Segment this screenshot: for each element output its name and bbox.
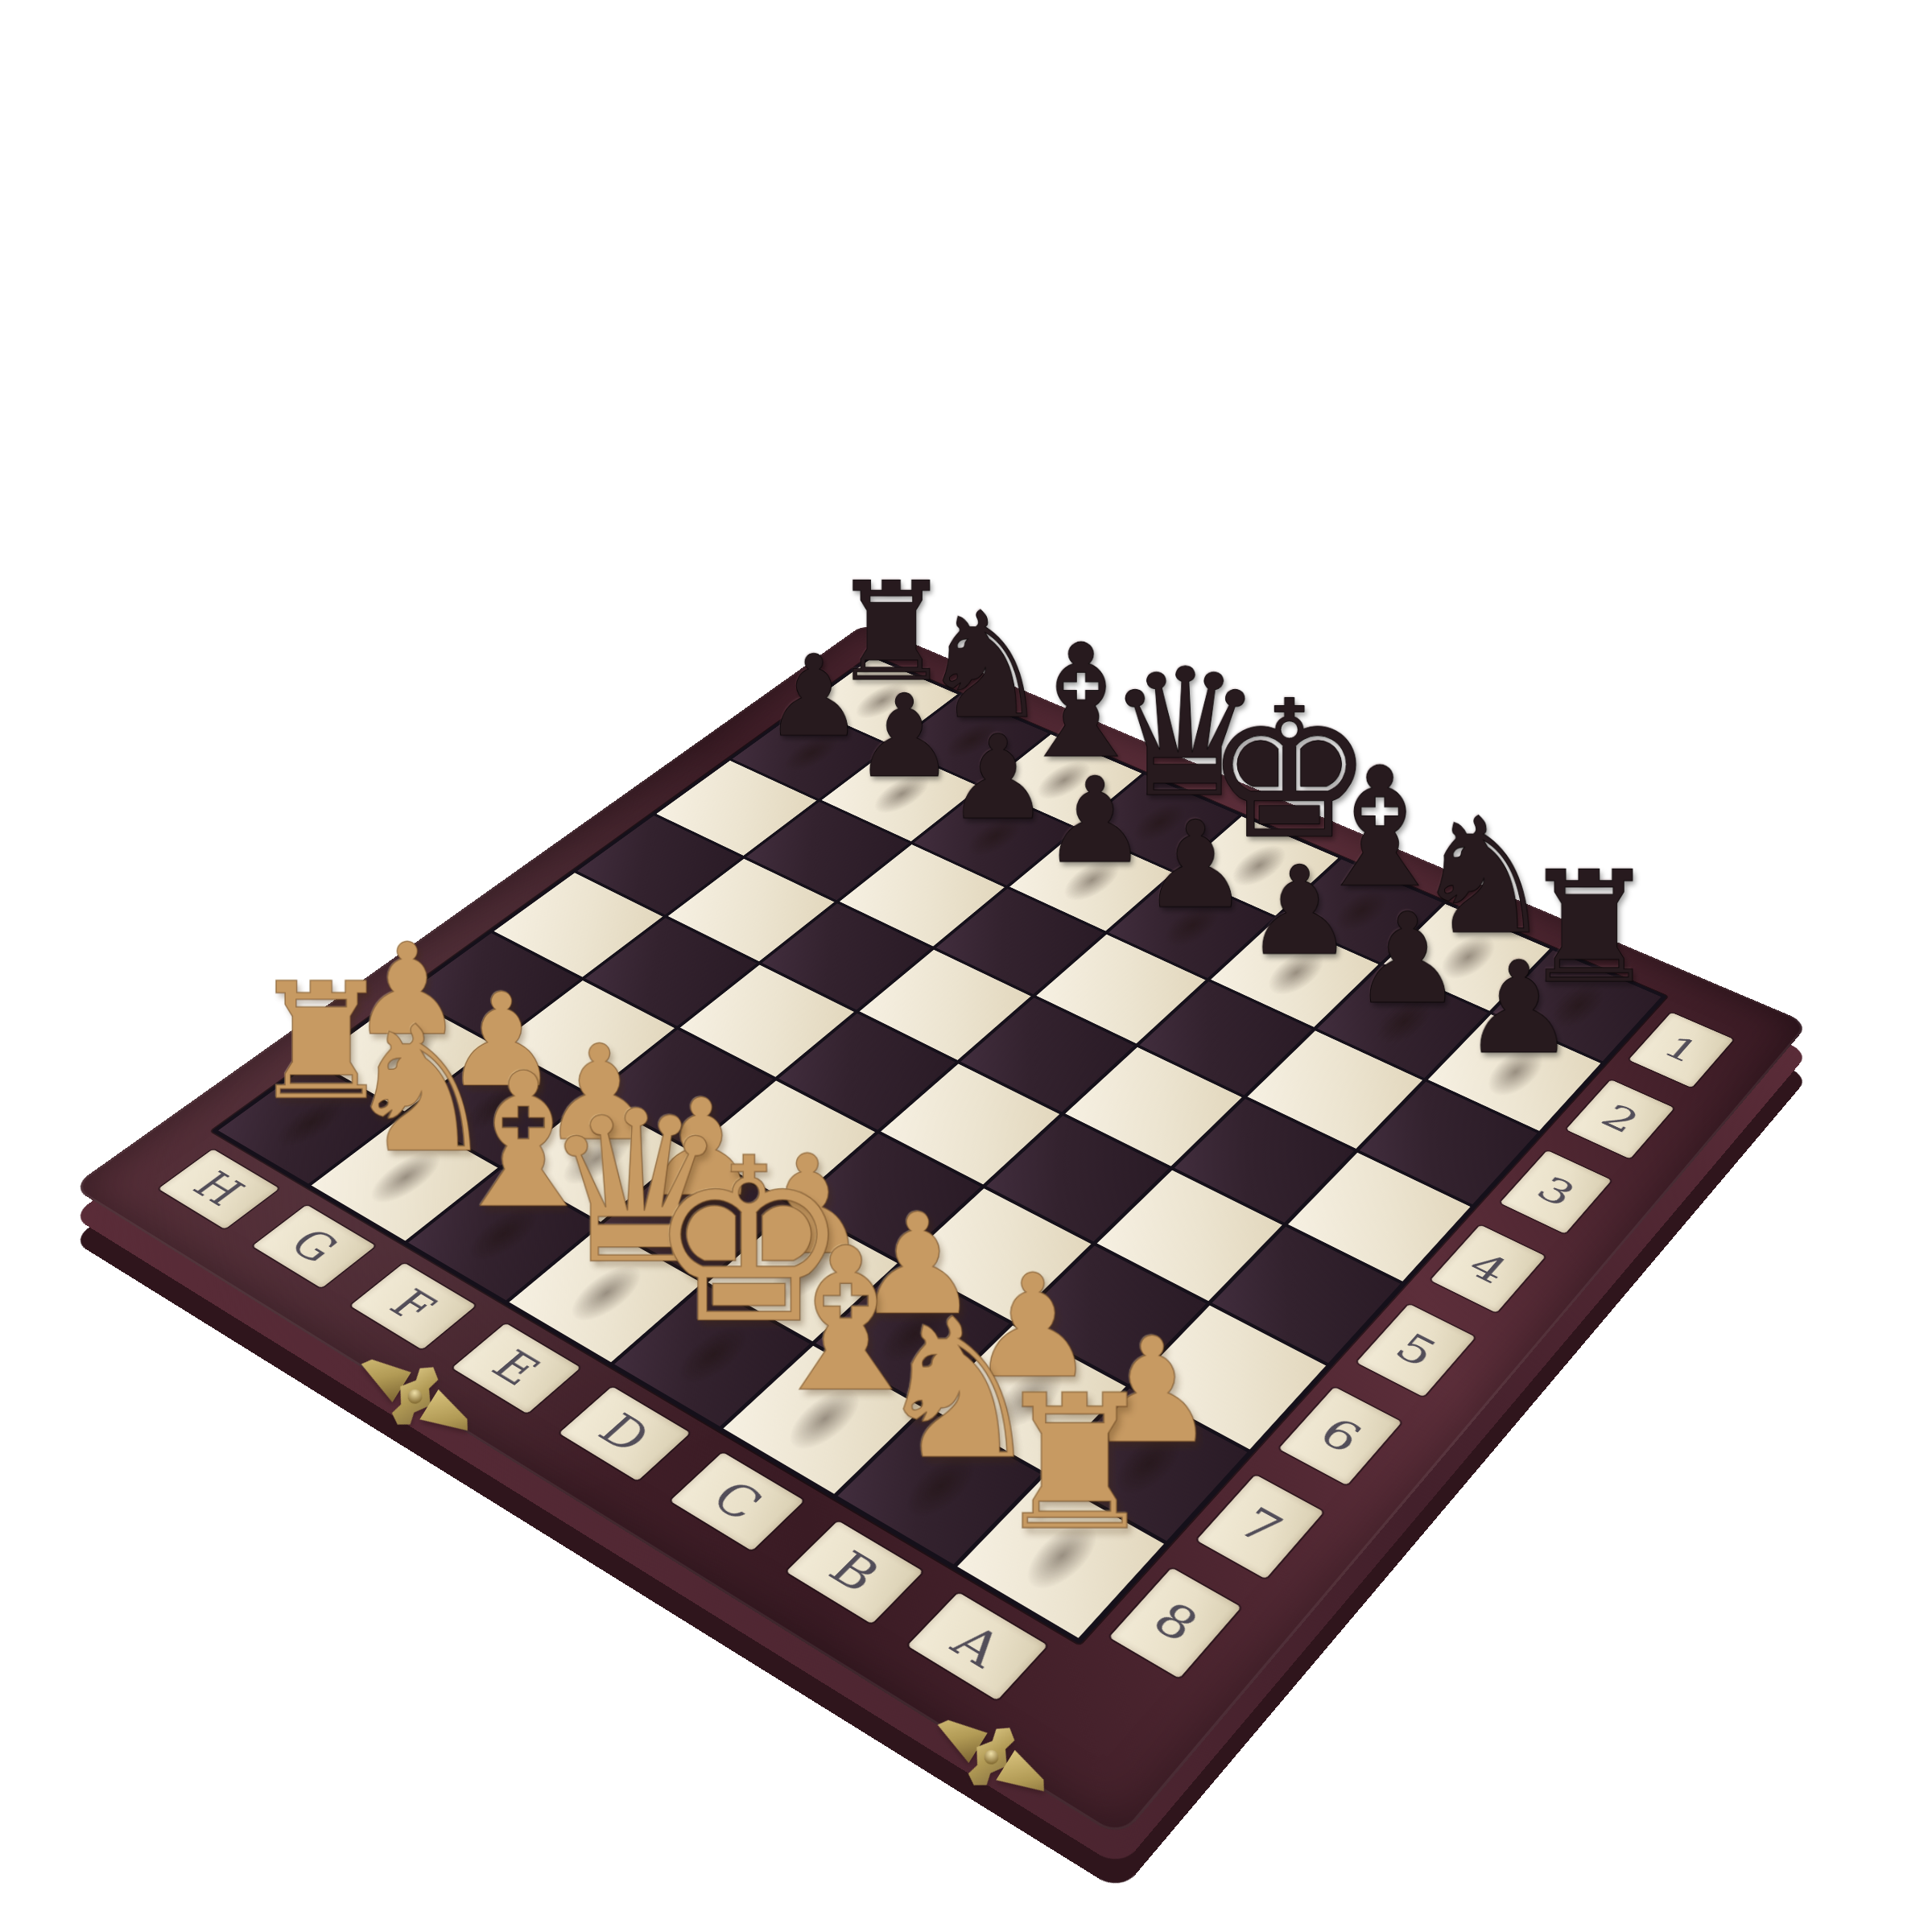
piece-light-rook-a8[interactable]: ♜: [992, 1371, 1140, 1557]
rank-label-6: 6: [1279, 1387, 1402, 1485]
piece-dark-pawn-a2[interactable]: ♟: [1456, 945, 1582, 1072]
piece-dark-pawn-c2[interactable]: ♟: [1239, 850, 1360, 973]
rank-label-1: 1: [1629, 1012, 1734, 1088]
rank-label-3: 3: [1500, 1150, 1612, 1234]
piece-dark-pawn-b2[interactable]: ♟: [1346, 896, 1469, 1021]
board-frame: HGFEDCBA 87654321 ♜♟♟♜♞♟♟♞♝♟♟♝♛♟♟♛♚♟♟♚♝♟…: [72, 623, 1810, 1839]
rank-label-2: 2: [1566, 1080, 1674, 1159]
pieces-layer: ♜♟♟♜♞♟♟♞♝♟♟♝♛♟♟♛♚♟♟♚♝♟♟♝♞♟♟♞♜♟♟♜: [211, 654, 1667, 1645]
chess-board: HGFEDCBA 87654321 ♜♟♟♜♞♟♟♞♝♟♟♝♛♟♟♛♚♟♟♚♝♟…: [72, 623, 1810, 1839]
product-photo-background: HGFEDCBA 87654321 ♜♟♟♜♞♟♟♞♝♟♟♝♛♟♟♛♚♟♟♚♝♟…: [0, 0, 1932, 1932]
piece-dark-pawn-d2[interactable]: ♟: [1136, 805, 1255, 926]
